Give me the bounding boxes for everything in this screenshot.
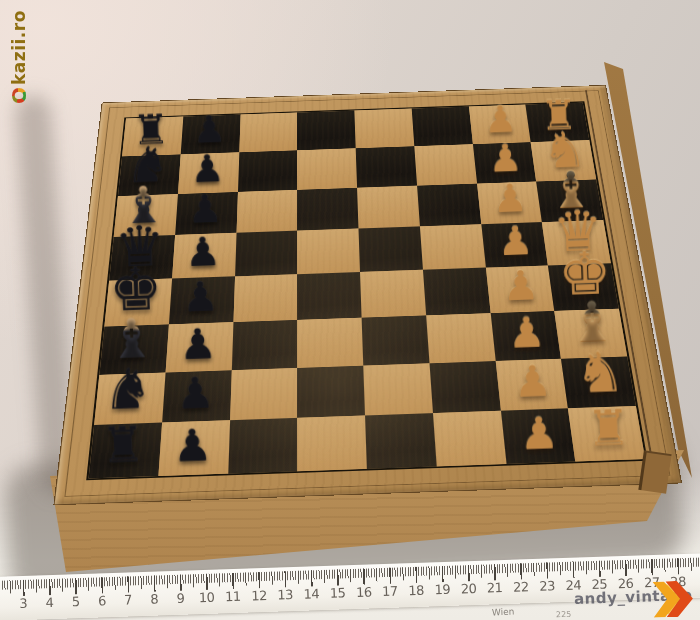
square-c2r5: [231, 320, 297, 370]
ruler-number: 6: [89, 593, 115, 609]
okazii-watermark-text: kazii.ro: [9, 10, 29, 85]
square-c4r4: [360, 270, 426, 318]
square-c4r6: [363, 363, 432, 416]
square-c3r2: [297, 187, 358, 230]
ruler-number: 14: [298, 586, 324, 602]
ruler-number: 22: [508, 579, 534, 595]
white-knight: ♞: [574, 345, 626, 400]
black-pawn: ♟: [187, 190, 223, 228]
ruler-small-text-2: 225: [556, 610, 572, 620]
square-c5r2: [417, 183, 481, 226]
square-c2r0: [239, 113, 297, 153]
square-c6r5: ♟: [490, 311, 561, 361]
white-bishop: ♝: [547, 166, 594, 216]
black-rook: ♜: [132, 110, 170, 150]
white-pawn: ♟: [502, 265, 540, 305]
board-squares: ♜♟♟♜♞♟♟♞♝♟♟♝♛♟♟♛♚♟♟♚♝♟♟♝♞♟♟♞♜♟♟♜: [86, 101, 647, 480]
square-c7r0: ♜: [526, 103, 590, 142]
board-perspective-container: ♜♟♟♜♞♟♟♞♝♟♟♝♛♟♟♛♚♟♟♚♝♟♟♝♞♟♟♞♜♟♟♜: [30, 20, 670, 580]
square-c1r5: ♟: [165, 322, 233, 372]
board-frame: ♜♟♟♜♞♟♟♞♝♟♟♝♛♟♟♛♚♟♟♚♝♟♟♝♞♟♟♞♜♟♟♜: [53, 85, 682, 505]
square-c5r4: [423, 268, 490, 316]
square-c6r2: ♟: [477, 181, 543, 224]
square-c4r5: [362, 315, 430, 365]
white-pawn: ♟: [492, 179, 528, 217]
ruler-number: 18: [403, 583, 429, 599]
square-c5r6: [429, 361, 500, 414]
square-c2r1: [238, 150, 298, 191]
ruler-number: 4: [36, 595, 62, 611]
square-c4r0: [354, 109, 414, 149]
white-pawn: ♟: [497, 221, 534, 260]
black-pawn: ♟: [175, 372, 215, 414]
ruler-small-text: Wien: [492, 607, 515, 618]
square-c1r1: ♟: [178, 152, 239, 194]
square-c5r5: [426, 313, 495, 363]
square-c3r4: [297, 272, 361, 320]
seller-logo-arrows-icon: [652, 580, 699, 620]
black-pawn: ♟: [184, 232, 221, 271]
white-pawn: ♟: [507, 311, 546, 352]
square-c0r2: ♝: [114, 194, 178, 238]
square-c1r7: ♟: [158, 420, 229, 476]
square-c1r4: ♟: [169, 276, 235, 324]
white-pawn: ♟: [483, 101, 517, 137]
square-c7r2: ♝: [536, 179, 603, 222]
photo-scene: ♜♟♟♜♞♟♟♞♝♟♟♝♛♟♟♛♚♟♟♚♝♟♟♝♞♟♟♞♜♟♟♜ 3456789…: [0, 0, 700, 620]
white-pawn: ♟: [518, 411, 559, 454]
ruler-number: 15: [324, 585, 350, 601]
black-knight: ♞: [125, 141, 171, 189]
ruler-number: 20: [455, 581, 481, 597]
square-c6r1: ♟: [472, 142, 536, 183]
ruler-number: 8: [141, 591, 167, 607]
square-c3r1: [297, 148, 357, 189]
square-c2r3: [235, 231, 298, 277]
black-knight: ♞: [102, 362, 154, 417]
ruler-number: 16: [351, 584, 377, 600]
square-c6r0: ♟: [469, 105, 531, 144]
square-c1r3: ♟: [172, 233, 236, 279]
square-c6r4: ♟: [485, 265, 554, 313]
square-c4r2: [357, 185, 420, 228]
white-rook: ♜: [586, 405, 631, 453]
black-pawn: ♟: [179, 323, 218, 364]
ruler-number: 3: [10, 596, 36, 612]
square-c3r6: [297, 365, 365, 418]
white-pawn: ♟: [487, 139, 522, 176]
square-c5r0: [411, 107, 472, 147]
box-lid-notch: [638, 450, 671, 494]
ruler-number: 12: [246, 588, 272, 604]
square-c2r4: [233, 274, 297, 322]
okazii-ring-logo: O: [7, 87, 31, 104]
black-pawn: ♟: [190, 150, 225, 187]
white-knight: ♞: [541, 126, 587, 174]
ruler-number: 17: [377, 583, 403, 599]
square-c4r1: [356, 146, 417, 187]
ruler-number: 10: [193, 589, 219, 605]
ruler-number: 7: [115, 592, 141, 608]
square-c4r3: [358, 227, 422, 272]
ruler-number: 23: [534, 578, 560, 594]
okazii-watermark: O kazii.ro: [5, 8, 33, 104]
ruler-number: 13: [272, 587, 298, 603]
square-c3r5: [297, 317, 363, 367]
white-rook: ♜: [539, 96, 577, 136]
square-c6r6: ♟: [495, 358, 568, 411]
square-c3r0: [297, 111, 355, 151]
ruler-number: 11: [220, 589, 246, 605]
chess-board: ♜♟♟♜♞♟♟♞♝♟♟♝♛♟♟♛♚♟♟♚♝♟♟♝♞♟♟♞♜♟♟♜: [53, 85, 682, 505]
black-pawn: ♟: [182, 276, 220, 316]
ruler-number: 5: [62, 594, 88, 610]
square-c2r6: [230, 368, 298, 421]
square-c2r2: [236, 190, 297, 233]
square-c1r6: ♟: [162, 370, 231, 423]
black-pawn: ♟: [192, 111, 226, 147]
square-c7r1: ♞: [531, 140, 596, 181]
square-c5r3: [420, 224, 486, 269]
white-pawn: ♟: [513, 360, 553, 402]
ruler-number: 9: [167, 590, 193, 606]
black-bishop: ♝: [121, 181, 168, 231]
ruler-number: 19: [429, 582, 455, 598]
board-tilt-wrapper: ♜♟♟♜♞♟♟♞♝♟♟♝♛♟♟♛♚♟♟♚♝♟♟♝♞♟♟♞♜♟♟♜: [21, 9, 680, 591]
square-c0r1: ♞: [118, 154, 181, 196]
black-pawn: ♟: [172, 424, 213, 467]
square-c0r0: ♜: [122, 117, 183, 157]
square-c5r1: [414, 144, 477, 185]
square-c1r0: ♟: [180, 115, 240, 155]
square-c1r2: ♟: [175, 192, 238, 235]
ruler-number: 21: [481, 580, 507, 596]
black-rook: ♜: [101, 422, 146, 470]
square-c3r3: [297, 229, 360, 274]
